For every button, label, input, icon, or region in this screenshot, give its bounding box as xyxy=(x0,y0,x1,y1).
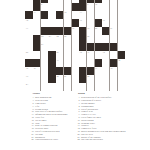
black-cell xyxy=(41,11,48,19)
cell-number: 11 xyxy=(33,11,35,13)
white-cell[interactable]: 24 xyxy=(56,35,63,43)
black-cell xyxy=(25,59,32,67)
white-cell[interactable] xyxy=(72,59,79,67)
black-cell xyxy=(48,67,55,75)
white-cell[interactable] xyxy=(72,11,79,19)
white-cell[interactable] xyxy=(41,59,48,67)
white-cell[interactable] xyxy=(118,11,125,19)
cell-number: 43 xyxy=(26,83,28,85)
black-cell xyxy=(79,67,86,75)
white-cell[interactable] xyxy=(41,51,48,59)
white-cell[interactable]: 42 xyxy=(87,75,94,83)
black-cell xyxy=(33,35,40,43)
white-cell[interactable] xyxy=(110,83,117,91)
white-cell[interactable] xyxy=(118,75,125,83)
white-cell[interactable] xyxy=(79,59,86,67)
white-cell[interactable] xyxy=(33,51,40,59)
white-cell[interactable]: 26 xyxy=(87,35,94,43)
white-cell[interactable]: 27 xyxy=(41,43,48,51)
black-cell xyxy=(72,3,79,11)
white-cell[interactable]: 19 xyxy=(87,27,94,35)
black-cell xyxy=(87,43,94,51)
black-cell xyxy=(118,51,125,59)
white-cell[interactable] xyxy=(79,83,86,91)
white-cell[interactable] xyxy=(33,27,40,35)
white-cell[interactable] xyxy=(64,19,71,27)
white-cell[interactable] xyxy=(118,83,125,91)
puzzle-page: 1234567891011121314151617181920212223242… xyxy=(0,0,150,150)
white-cell[interactable] xyxy=(118,35,125,43)
white-cell[interactable]: 12 xyxy=(64,11,71,19)
black-cell xyxy=(48,27,55,35)
black-cell xyxy=(79,35,86,43)
white-cell[interactable] xyxy=(95,75,102,83)
white-cell[interactable]: 38 xyxy=(110,67,117,75)
clue-text: One who has ascertained xyxy=(80,138,103,141)
white-cell[interactable] xyxy=(72,43,79,51)
white-cell[interactable]: 31 xyxy=(87,51,94,59)
white-cell[interactable] xyxy=(87,59,94,67)
black-cell xyxy=(33,59,40,67)
white-cell[interactable]: 16 xyxy=(102,19,109,27)
white-cell[interactable]: 36 xyxy=(33,67,40,75)
white-cell[interactable]: 29 xyxy=(56,51,63,59)
white-cell[interactable]: 11 xyxy=(33,11,40,19)
cell-number: 20 xyxy=(95,27,97,29)
white-cell[interactable]: 43 xyxy=(25,83,32,91)
white-cell[interactable] xyxy=(102,59,109,67)
cell-number: 23 xyxy=(49,35,51,37)
cell-number: 40 xyxy=(56,75,58,77)
black-cell xyxy=(41,27,48,35)
white-cell[interactable] xyxy=(72,67,79,75)
white-cell[interactable]: 32 xyxy=(102,51,109,59)
white-cell[interactable]: 30 xyxy=(79,51,86,59)
cell-number: 25 xyxy=(64,35,66,37)
across-clue-list: 1.Male human being3.Head covering5.Light… xyxy=(30,96,77,141)
cell-number: 39 xyxy=(26,75,28,77)
white-cell[interactable] xyxy=(118,27,125,35)
white-cell[interactable] xyxy=(95,11,102,19)
white-cell[interactable] xyxy=(25,35,32,43)
white-cell[interactable]: 28 xyxy=(25,51,32,59)
black-cell xyxy=(79,27,86,35)
white-cell[interactable]: 17 xyxy=(25,27,32,35)
cell-number: 38 xyxy=(110,67,112,69)
cell-number: 31 xyxy=(87,51,89,53)
white-cell[interactable] xyxy=(33,83,40,91)
black-cell xyxy=(102,43,109,51)
white-cell[interactable] xyxy=(72,35,79,43)
clue-text: Land surrounded by water xyxy=(34,138,58,141)
black-cell xyxy=(95,43,102,51)
white-cell[interactable]: 34 xyxy=(118,59,125,67)
across-clues-section: Across 1.Male human being3.Head covering… xyxy=(30,92,77,141)
white-cell[interactable] xyxy=(110,19,117,27)
white-cell[interactable]: 22 xyxy=(41,35,48,43)
white-cell[interactable] xyxy=(110,51,117,59)
black-cell xyxy=(33,3,40,11)
black-cell xyxy=(64,27,71,35)
across-header: Across xyxy=(32,92,77,95)
white-cell[interactable]: 14 xyxy=(25,19,32,27)
white-cell[interactable] xyxy=(110,75,117,83)
white-cell[interactable] xyxy=(56,83,63,91)
white-cell[interactable] xyxy=(118,19,125,27)
cell-number: 36 xyxy=(33,67,35,69)
cell-number: 16 xyxy=(103,19,105,21)
white-cell[interactable]: 37 xyxy=(95,67,102,75)
cell-number: 13 xyxy=(79,11,81,13)
black-cell xyxy=(48,75,55,83)
cell-number: 8 xyxy=(41,3,42,5)
white-cell[interactable] xyxy=(64,51,71,59)
black-cell xyxy=(56,67,63,75)
cell-number: 29 xyxy=(56,51,58,53)
white-cell[interactable] xyxy=(41,19,48,27)
white-cell[interactable] xyxy=(48,43,55,51)
black-cell xyxy=(72,19,79,27)
black-cell xyxy=(48,51,55,59)
clue-item: 24.One who has ascertained xyxy=(76,138,145,141)
white-cell[interactable]: 41 xyxy=(64,75,71,83)
white-cell[interactable] xyxy=(33,19,40,27)
cell-number: 30 xyxy=(79,51,81,53)
white-cell[interactable] xyxy=(56,43,63,51)
white-cell[interactable] xyxy=(110,3,117,11)
cell-number: 15 xyxy=(79,19,81,21)
white-cell[interactable] xyxy=(95,35,102,43)
white-cell[interactable]: 21 xyxy=(110,27,117,35)
cell-number: 37 xyxy=(95,67,97,69)
white-cell[interactable]: 10 xyxy=(95,3,102,11)
white-cell[interactable] xyxy=(102,3,109,11)
white-cell[interactable] xyxy=(56,3,63,11)
white-cell[interactable] xyxy=(102,11,109,19)
white-cell[interactable]: 23 xyxy=(48,35,55,43)
white-cell[interactable] xyxy=(48,11,55,19)
white-cell[interactable] xyxy=(48,19,55,27)
white-cell[interactable] xyxy=(41,67,48,75)
white-cell[interactable] xyxy=(25,3,32,11)
white-cell[interactable] xyxy=(102,75,109,83)
cell-number: 35 xyxy=(26,67,28,69)
cell-number: 22 xyxy=(41,35,43,37)
white-cell[interactable]: 15 xyxy=(79,19,86,27)
white-cell[interactable] xyxy=(64,83,71,91)
white-cell[interactable]: 39 xyxy=(25,75,32,83)
white-cell[interactable] xyxy=(56,19,63,27)
white-cell[interactable] xyxy=(64,43,71,51)
cell-number: 41 xyxy=(64,75,66,77)
white-cell[interactable] xyxy=(33,75,40,83)
white-cell[interactable]: 9 xyxy=(87,3,94,11)
white-cell[interactable]: 40 xyxy=(56,75,63,83)
black-cell xyxy=(33,43,40,51)
white-cell[interactable] xyxy=(110,35,117,43)
white-cell[interactable] xyxy=(102,35,109,43)
cell-number: 9 xyxy=(87,3,88,5)
white-cell[interactable] xyxy=(87,19,94,27)
white-cell[interactable] xyxy=(72,83,79,91)
white-cell[interactable]: 18 xyxy=(72,27,79,35)
black-cell xyxy=(56,27,63,35)
black-cell xyxy=(110,59,117,67)
white-cell[interactable] xyxy=(64,59,71,67)
cell-number: 19 xyxy=(87,27,89,29)
white-cell[interactable] xyxy=(41,83,48,91)
white-cell[interactable] xyxy=(87,11,94,19)
white-cell[interactable]: 8 xyxy=(41,3,48,11)
down-clue-list: 1.Representation of the earth surface2.C… xyxy=(76,96,145,141)
black-cell xyxy=(64,67,71,75)
black-cell xyxy=(48,59,55,67)
white-cell[interactable] xyxy=(118,67,125,75)
white-cell[interactable] xyxy=(95,83,102,91)
white-cell[interactable] xyxy=(95,51,102,59)
black-cell xyxy=(110,43,117,51)
white-cell[interactable] xyxy=(48,3,55,11)
cell-number: 18 xyxy=(72,27,74,29)
black-cell xyxy=(79,3,86,11)
white-cell[interactable]: 35 xyxy=(25,67,32,75)
white-cell[interactable] xyxy=(64,3,71,11)
cell-number: 42 xyxy=(87,75,89,77)
white-cell[interactable] xyxy=(118,43,125,51)
cell-number: 27 xyxy=(41,43,43,45)
white-cell[interactable] xyxy=(72,51,79,59)
black-cell xyxy=(102,27,109,35)
white-cell[interactable] xyxy=(110,11,117,19)
white-cell[interactable] xyxy=(41,75,48,83)
white-cell[interactable] xyxy=(25,43,32,51)
cell-number: 33 xyxy=(56,59,58,61)
black-cell xyxy=(95,19,102,27)
black-cell xyxy=(56,11,63,19)
white-cell[interactable] xyxy=(48,83,55,91)
white-cell[interactable]: 13 xyxy=(79,11,86,19)
black-cell xyxy=(79,43,86,51)
white-cell[interactable] xyxy=(72,75,79,83)
black-cell xyxy=(79,75,86,83)
cell-number: 26 xyxy=(87,35,89,37)
cell-number: 14 xyxy=(26,19,28,21)
cell-number: 12 xyxy=(64,11,66,13)
black-cell xyxy=(95,59,102,67)
cell-number: 10 xyxy=(95,3,97,5)
white-cell[interactable] xyxy=(102,83,109,91)
white-cell[interactable] xyxy=(118,3,125,11)
down-clues-section: Down 1.Representation of the earth surfa… xyxy=(76,92,145,141)
crossword-grid: 1234567891011121314151617181920212223242… xyxy=(25,0,125,91)
cell-number: 24 xyxy=(56,35,58,37)
down-header: Down xyxy=(78,92,145,95)
cell-number: 28 xyxy=(26,51,28,53)
white-cell[interactable]: 25 xyxy=(64,35,71,43)
white-cell[interactable] xyxy=(102,67,109,75)
white-cell[interactable] xyxy=(87,83,94,91)
white-cell[interactable]: 20 xyxy=(95,27,102,35)
white-cell[interactable]: 33 xyxy=(56,59,63,67)
cell-number: 17 xyxy=(26,27,28,29)
black-cell xyxy=(87,67,94,75)
cell-number: 21 xyxy=(110,27,112,29)
clue-item: 26.Land surrounded by water xyxy=(30,138,77,141)
cell-number: 34 xyxy=(118,59,120,61)
black-cell xyxy=(25,11,32,19)
cell-number: 32 xyxy=(103,51,105,53)
